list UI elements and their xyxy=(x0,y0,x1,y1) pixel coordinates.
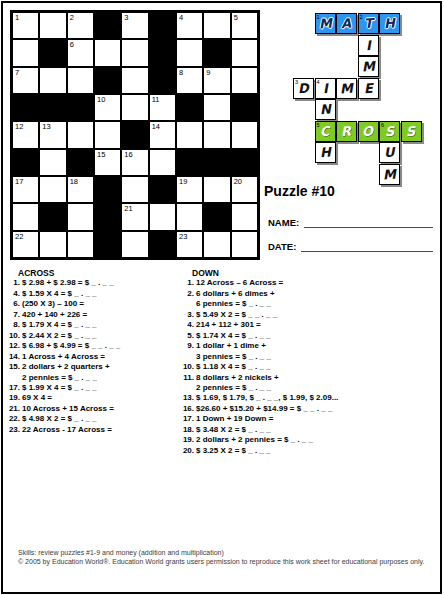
grid-cell[interactable]: 2 xyxy=(67,12,94,39)
clue-text: $ 1.69, $ 1.79, $ _ . _ _, $ 1.99, $ 2.0… xyxy=(196,393,338,402)
logo-tile-s: S xyxy=(401,121,422,142)
clue-line: 2.6 dollars + 6 dimes + xyxy=(182,289,438,299)
clue-line: 17.$ 1.99 X 4 = $ _ . _ _ xyxy=(8,383,180,393)
clue-list-number: 19. xyxy=(8,393,20,403)
clue-text: $ 1.18 X 4 = $ _ . _ _ xyxy=(196,362,271,371)
grid-cell[interactable]: 22 xyxy=(12,231,39,258)
clue-text: $ 2.98 + $ 2.98 = $ _ . _ _ xyxy=(22,278,114,287)
worksheet-page: 1234567891011121314151617181920212223 1M… xyxy=(0,0,444,595)
grid-cell[interactable]: 19 xyxy=(176,176,203,203)
clue-line: 8.$ 1.79 X 4 = $ _ . _ _ xyxy=(8,320,180,330)
clue-text: $ 1.74 X 4 = $ _ . _ _ xyxy=(196,331,271,340)
clue-line: 16.$26.60 + $15.20 + $14.99 = $ _ _ . _ … xyxy=(182,404,438,414)
clue-number: 21 xyxy=(124,204,132,213)
clue-list-number: 12. xyxy=(8,341,20,351)
grid-cell[interactable] xyxy=(231,203,258,230)
grid-cell[interactable] xyxy=(12,39,39,66)
grid-cell-black xyxy=(149,12,176,39)
clue-line: 13.$ 1.69, $ 1.79, $ _ . _ _, $ 1.99, $ … xyxy=(182,393,438,403)
grid-cell[interactable] xyxy=(231,121,258,148)
clue-text: $26.60 + $15.20 + $14.99 = $ _ _ . _ _ xyxy=(196,404,332,413)
clue-line: 21.10 Across + 15 Across = xyxy=(8,404,180,414)
clue-list-number: 13. xyxy=(182,393,194,403)
grid-cell-black xyxy=(231,94,258,121)
logo-tile-letter: H xyxy=(384,17,396,31)
grid-cell-black xyxy=(94,176,121,203)
logo-tile-letter: C xyxy=(320,124,330,138)
logo-tile-d: 3D xyxy=(293,78,314,99)
grid-cell[interactable] xyxy=(39,12,66,39)
clue-line: 23.22 Across - 17 Across = xyxy=(8,425,180,435)
grid-cell[interactable]: 13 xyxy=(39,121,66,148)
clue-line: 10.$ 1.18 X 4 = $ _ . _ _ xyxy=(182,362,438,372)
clue-text: 6 dollars + 6 dimes + xyxy=(196,289,275,298)
logo-tile-letter: O xyxy=(362,124,374,138)
clue-list-number: 4. xyxy=(182,320,194,330)
grid-cell[interactable] xyxy=(121,67,148,94)
clue-line: 15.2 dollars + 2 quarters + xyxy=(8,362,180,372)
grid-cell-black xyxy=(149,67,176,94)
clue-text: $ 3.25 X 2 = $ _ . _ _ xyxy=(196,446,271,455)
logo-tile-letter: S xyxy=(406,124,416,138)
grid-cell[interactable]: 21 xyxy=(121,203,148,230)
clue-line: 5.$ 1.74 X 4 = $ _ . _ _ xyxy=(182,331,438,341)
grid-cell[interactable] xyxy=(231,67,258,94)
grid-cell[interactable]: 8 xyxy=(176,67,203,94)
clue-line: 12.$ 6.98 + $ 4.99 = $ _ _ . _ _ xyxy=(8,341,180,351)
down-header: DOWN xyxy=(192,268,438,278)
clue-text: $ 6.98 + $ 4.99 = $ _ _ . _ _ xyxy=(22,341,120,350)
logo-tile-number: 4 xyxy=(317,79,320,85)
clue-list-number: 10. xyxy=(8,331,20,341)
grid-cell[interactable]: 7 xyxy=(12,67,39,94)
grid-cell[interactable]: 14 xyxy=(149,121,176,148)
clue-text: 2 dollars + 2 pennies = $ _ . _ _ xyxy=(196,435,313,444)
clue-text: $ 3.48 X 2 = $ _ . _ _ xyxy=(196,425,271,434)
footer-skills-line: Skills: review puzzles #1-9 and money (a… xyxy=(18,549,424,558)
clue-line: 4.214 + 112 + 301 = xyxy=(182,320,438,330)
logo-tile-u: U xyxy=(379,142,400,163)
clue-text: 1 Down + 19 Down = xyxy=(196,414,273,423)
grid-cell[interactable] xyxy=(39,176,66,203)
grid-cell-black xyxy=(203,149,230,176)
grid-cell[interactable] xyxy=(94,121,121,148)
clue-text: 2 pennies = $ _ . _ _ xyxy=(22,373,97,382)
clue-line: 11.8 dollars + 2 nickels + xyxy=(182,373,438,383)
clue-list-number: 14. xyxy=(8,352,20,362)
clue-number: 2 xyxy=(70,13,74,22)
grid-cell[interactable] xyxy=(12,203,39,230)
grid-cell[interactable] xyxy=(203,12,230,39)
grid-cell-black xyxy=(94,231,121,258)
clue-list-number: 17. xyxy=(8,383,20,393)
clue-line: 4.$ 1.59 X 4 = $ _ . _ _ xyxy=(8,289,180,299)
clue-list-number: 18. xyxy=(182,425,194,435)
clue-text: 2 dollars + 2 quarters + xyxy=(22,362,110,371)
grid-cell[interactable] xyxy=(121,39,148,66)
grid-cell[interactable] xyxy=(203,176,230,203)
grid-cell[interactable] xyxy=(203,94,230,121)
logo-tile-t: 2T xyxy=(358,13,379,34)
clue-number: 10 xyxy=(97,95,105,104)
name-label: NAME: xyxy=(268,217,299,228)
logo-tile-m: M xyxy=(379,164,400,185)
clue-text: 8 dollars + 2 nickels + xyxy=(196,373,279,382)
grid-cell[interactable] xyxy=(121,176,148,203)
clue-text: 1 Across + 4 Across = xyxy=(22,352,105,361)
clue-line: 2 pennies = $ _ . _ _ xyxy=(182,383,438,393)
grid-cell[interactable] xyxy=(39,67,66,94)
clue-text: (250 X 3) – 100 = xyxy=(22,299,84,308)
grid-cell[interactable]: 6 xyxy=(67,39,94,66)
logo-tile-letter: U xyxy=(384,146,395,160)
clue-text: 1 dollar + 1 dime + xyxy=(196,341,266,350)
grid-cell-black xyxy=(67,149,94,176)
date-line[interactable] xyxy=(301,241,433,252)
grid-cell[interactable] xyxy=(176,39,203,66)
clue-number: 13 xyxy=(42,122,50,131)
grid-cell[interactable]: 15 xyxy=(94,149,121,176)
clue-line: 3.$ 5.49 X 2 = $ _ _ . _ _ xyxy=(182,310,438,320)
logo-tile-letter: D xyxy=(298,81,310,95)
grid-cell[interactable] xyxy=(67,231,94,258)
clue-list-number: 17. xyxy=(182,414,194,424)
across-header: ACROSS xyxy=(18,268,180,278)
grid-cell-black xyxy=(231,149,258,176)
grid-cell-black xyxy=(67,94,94,121)
logo-tile-a: A xyxy=(336,13,357,34)
clue-number: 9 xyxy=(206,68,210,77)
clue-line: 1.$ 2.98 + $ 2.98 = $ _ . _ _ xyxy=(8,278,180,288)
clue-line: 6 pennies = $ _ . _ _ xyxy=(182,299,438,309)
clue-line: 10.$ 2.44 X 2 = $ _ . _ _ xyxy=(8,331,180,341)
grid-cell-black xyxy=(94,203,121,230)
clue-list-number: 7. xyxy=(8,310,20,320)
logo-tile-i: 4I xyxy=(315,78,336,99)
grid-cell[interactable] xyxy=(149,203,176,230)
clue-line: 9.1 dollar + 1 dime + xyxy=(182,341,438,351)
clue-line: 20.$ 3.25 X 2 = $ _ . _ _ xyxy=(182,446,438,456)
name-field-row: NAME: xyxy=(268,217,433,228)
clue-text: 22 Across - 17 Across = xyxy=(22,425,112,434)
grid-cell-black xyxy=(39,203,66,230)
logo-tile-h: H xyxy=(379,13,400,34)
math-cross-logo: 1MA2THIM3D4IMEN5CRO6SSHUM xyxy=(293,13,429,189)
logo-tile-letter: M xyxy=(340,81,354,95)
grid-cell-black xyxy=(149,231,176,258)
grid-cell[interactable]: 18 xyxy=(67,176,94,203)
clue-number: 1 xyxy=(15,13,19,22)
grid-cell[interactable] xyxy=(94,39,121,66)
grid-cell[interactable]: 23 xyxy=(176,231,203,258)
down-clues: DOWN 1.12 Across – 6 Across =2.6 dollars… xyxy=(182,268,438,456)
grid-cell[interactable] xyxy=(231,39,258,66)
clue-text: $ 1.99 X 4 = $ _ . _ _ xyxy=(22,383,97,392)
grid-cell[interactable]: 4 xyxy=(176,12,203,39)
grid-cell-black xyxy=(39,39,66,66)
footer-copyright-line: © 2005 by Education World®. Education Wo… xyxy=(18,558,424,567)
clue-list-number: 10. xyxy=(182,362,194,372)
logo-tile-letter: M xyxy=(383,167,397,181)
logo-tile-letter: I xyxy=(322,81,328,94)
clue-list-number: 11. xyxy=(182,373,194,383)
clue-text: 3 pennies = $ _ . _ _ xyxy=(196,352,271,361)
clue-line: 19.69 X 4 = xyxy=(8,393,180,403)
logo-tile-letter: I xyxy=(365,38,371,51)
clue-text: 420 + 140 + 226 = xyxy=(22,310,87,319)
grid-cell[interactable] xyxy=(176,203,203,230)
clue-line: 14.1 Across + 4 Across = xyxy=(8,352,180,362)
logo-tile-h: H xyxy=(315,142,336,163)
across-clues-list: 1.$ 2.98 + $ 2.98 = $ _ . _ _4.$ 1.59 X … xyxy=(8,278,180,435)
clue-number: 14 xyxy=(152,122,160,131)
grid-cell[interactable]: 17 xyxy=(12,176,39,203)
logo-tile-letter: E xyxy=(363,81,373,95)
clue-text: 214 + 112 + 301 = xyxy=(196,320,261,329)
grid-cell[interactable]: 11 xyxy=(149,94,176,121)
clue-text: $ 1.59 X 4 = $ _ . _ _ xyxy=(22,289,97,298)
clue-number: 7 xyxy=(15,68,19,77)
grid-cell[interactable] xyxy=(203,231,230,258)
grid-cell[interactable] xyxy=(203,121,230,148)
grid-cell[interactable] xyxy=(67,67,94,94)
clue-number: 19 xyxy=(179,177,187,186)
grid-cell-black xyxy=(12,94,39,121)
clue-list-number: 2. xyxy=(182,289,194,299)
logo-tile-o: O xyxy=(358,121,379,142)
clue-line: 7.420 + 140 + 226 = xyxy=(8,310,180,320)
footer: Skills: review puzzles #1-9 and money (a… xyxy=(18,549,424,566)
clue-number: 22 xyxy=(15,232,23,241)
logo-tile-m: 1M xyxy=(315,13,336,34)
logo-tile-e: E xyxy=(358,78,379,99)
grid-cell[interactable] xyxy=(149,149,176,176)
grid-cell-black xyxy=(121,121,148,148)
grid-cell[interactable] xyxy=(121,94,148,121)
clue-text: $ 5.49 X 2 = $ _ _ . _ _ xyxy=(196,310,277,319)
logo-tile-n: N xyxy=(315,99,336,120)
grid-cell-black xyxy=(203,39,230,66)
clue-number: 17 xyxy=(15,177,23,186)
grid-cell-black xyxy=(94,67,121,94)
clue-number: 20 xyxy=(234,177,242,186)
clue-number: 6 xyxy=(70,40,74,49)
logo-tile-letter: M xyxy=(318,17,332,31)
grid-cell[interactable]: 1 xyxy=(12,12,39,39)
clue-list-number: 20. xyxy=(182,446,194,456)
clue-number: 4 xyxy=(179,13,183,22)
logo-tile-letter: A xyxy=(341,17,352,31)
clue-list-number: 19. xyxy=(182,435,194,445)
grid-cell-black xyxy=(203,203,230,230)
grid-cell[interactable]: 10 xyxy=(94,94,121,121)
logo-tile-number: 2 xyxy=(360,14,363,20)
logo-tile-letter: M xyxy=(361,60,375,74)
grid-cell[interactable]: 20 xyxy=(231,176,258,203)
grid-cell[interactable]: 12 xyxy=(12,121,39,148)
grid-cell[interactable] xyxy=(121,231,148,258)
logo-tile-m: M xyxy=(358,56,379,77)
grid-cell[interactable] xyxy=(176,121,203,148)
grid-cell[interactable] xyxy=(39,231,66,258)
clue-text: 2 pennies = $ _ . _ _ xyxy=(196,383,271,392)
clue-line: 17.1 Down + 19 Down = xyxy=(182,414,438,424)
grid-cell[interactable]: 3 xyxy=(121,12,148,39)
logo-tile-letter: H xyxy=(319,146,331,160)
grid-cell-black xyxy=(94,12,121,39)
grid-cell-black xyxy=(149,176,176,203)
logo-tile-i: I xyxy=(358,35,379,56)
clue-text: $ 2.44 X 2 = $ _ . _ _ xyxy=(22,331,97,340)
across-clues: ACROSS 1.$ 2.98 + $ 2.98 = $ _ . _ _4.$ … xyxy=(8,268,180,435)
logo-tile-c: 5C xyxy=(315,121,336,142)
clue-list-number: 4. xyxy=(8,289,20,299)
clue-number: 23 xyxy=(179,232,187,241)
clue-text: $ 1.79 X 4 = $ _ . _ _ xyxy=(22,320,97,329)
clue-list-number: 8. xyxy=(8,320,20,330)
clue-list-number: 1. xyxy=(8,278,20,288)
clue-list-number: 9. xyxy=(182,341,194,351)
logo-tile-letter: S xyxy=(384,124,394,138)
clue-list-number: 6. xyxy=(8,299,20,309)
date-field-row: DATE: xyxy=(268,241,433,252)
clue-number: 18 xyxy=(70,177,78,186)
clue-list-number: 15. xyxy=(8,362,20,372)
clue-list-number: 1. xyxy=(182,278,194,288)
clue-list-number: 3. xyxy=(182,310,194,320)
clue-text: 6 pennies = $ _ . _ _ xyxy=(196,299,271,308)
clue-line: 6.(250 X 3) – 100 = xyxy=(8,299,180,309)
grid-cell[interactable] xyxy=(67,121,94,148)
grid-cell-black xyxy=(176,94,203,121)
clue-text: 12 Across – 6 Across = xyxy=(196,278,283,287)
grid-cell[interactable] xyxy=(39,149,66,176)
clue-number: 3 xyxy=(124,13,128,22)
logo-tile-letter: T xyxy=(363,17,373,31)
clue-number: 12 xyxy=(15,122,23,131)
clue-number: 8 xyxy=(179,68,183,77)
clue-number: 15 xyxy=(97,150,105,159)
crossword-grid: 1234567891011121314151617181920212223 xyxy=(10,10,260,260)
clue-line: 19.2 dollars + 2 pennies = $ _ . _ _ xyxy=(182,435,438,445)
clue-text: 69 X 4 = xyxy=(22,393,52,402)
clue-line: 2 pennies = $ _ . _ _ xyxy=(8,373,180,383)
logo-tile-r: R xyxy=(336,121,357,142)
clue-list-number: 23. xyxy=(8,425,20,435)
grid-cell[interactable]: 16 xyxy=(121,149,148,176)
grid-cell[interactable] xyxy=(67,203,94,230)
clue-list-number: 16. xyxy=(182,404,194,414)
grid-cell-black xyxy=(12,149,39,176)
clue-line: 22.$ 4.98 X 2 = $ _ . _ _ xyxy=(8,414,180,424)
logo-tile-letter: N xyxy=(319,103,331,117)
clue-list-number: 5. xyxy=(182,331,194,341)
clue-list-number: 22. xyxy=(8,414,20,424)
date-label: DATE: xyxy=(268,241,296,252)
clue-number: 16 xyxy=(124,150,132,159)
grid-cell-black xyxy=(39,94,66,121)
logo-tile-s: 6S xyxy=(379,121,400,142)
down-clues-list: 1.12 Across – 6 Across =2.6 dollars + 6 … xyxy=(182,278,438,456)
clue-line: 3 pennies = $ _ . _ _ xyxy=(182,352,438,362)
page-title: Puzzle #10 xyxy=(264,183,335,199)
grid-cell-black xyxy=(176,149,203,176)
name-line[interactable] xyxy=(304,217,433,228)
clue-line: 1.12 Across – 6 Across = xyxy=(182,278,438,288)
grid-cell[interactable] xyxy=(231,231,258,258)
clue-list-number: 21. xyxy=(8,404,20,414)
grid-cell[interactable]: 9 xyxy=(203,67,230,94)
clue-text: $ 4.98 X 2 = $ _ . _ _ xyxy=(22,414,97,423)
clue-text: 10 Across + 15 Across = xyxy=(22,404,114,413)
grid-cell-black xyxy=(149,39,176,66)
logo-tile-letter: R xyxy=(341,124,352,138)
clue-line: 18.$ 3.48 X 2 = $ _ . _ _ xyxy=(182,425,438,435)
logo-tile-m: M xyxy=(336,78,357,99)
clue-number: 5 xyxy=(234,13,238,22)
clue-number: 11 xyxy=(152,95,160,104)
grid-cell[interactable]: 5 xyxy=(231,12,258,39)
